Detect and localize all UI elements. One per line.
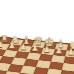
piece-cell: ♟ xyxy=(65,50,74,57)
white-pawn: ♟ xyxy=(43,46,51,54)
scene-3d: ♜♞♝♛♚♝♞♜♟♟♟♟♟♟♟♟♟♟♟♟♟♟♟♟♜♞♝♛♚♝♞♜ xyxy=(0,0,74,74)
white-pawn: ♟ xyxy=(9,42,16,50)
white-pawn: ♟ xyxy=(0,41,5,49)
board-square xyxy=(60,70,74,74)
white-pawn: ♟ xyxy=(32,44,39,52)
board-square xyxy=(3,71,20,74)
chess-set-photo: ♜♞♝♛♚♝♞♜♟♟♟♟♟♟♟♟♟♟♟♟♟♟♟♟♜♞♝♛♚♝♞♜ xyxy=(0,0,74,74)
chess-board: ♜♞♝♛♚♝♞♜♟♟♟♟♟♟♟♟♟♟♟♟♟♟♟♟♜♞♝♛♚♝♞♜ xyxy=(0,36,74,74)
board-square xyxy=(46,69,61,74)
white-pawn: ♟ xyxy=(55,47,63,55)
white-pawn: ♟ xyxy=(68,48,74,57)
white-pawn: ♟ xyxy=(20,43,27,51)
